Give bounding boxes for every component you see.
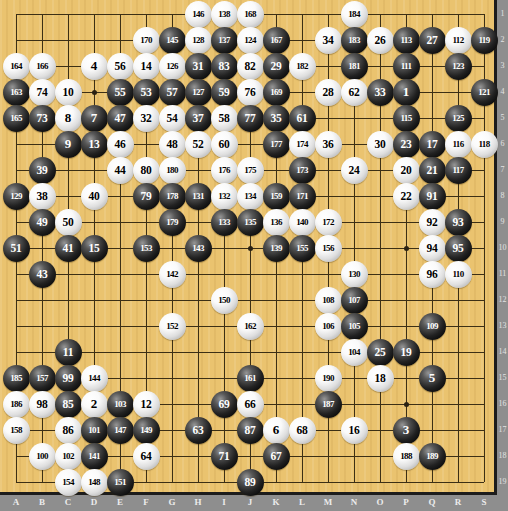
board-point-M5[interactable] (315, 105, 341, 131)
board-point-P6[interactable]: 23 (393, 131, 419, 157)
board-point-A12[interactable] (3, 287, 29, 313)
board-point-G19[interactable] (159, 469, 185, 495)
board-point-H14[interactable] (185, 339, 211, 365)
board-point-S16[interactable] (471, 391, 497, 417)
board-point-B3[interactable]: 166 (29, 53, 55, 79)
board-point-K5[interactable]: 35 (263, 105, 289, 131)
board-point-A8[interactable]: 129 (3, 183, 29, 209)
board-point-E12[interactable] (107, 287, 133, 313)
board-point-O17[interactable] (367, 417, 393, 443)
board-point-H5[interactable]: 37 (185, 105, 211, 131)
board-point-D8[interactable]: 40 (81, 183, 107, 209)
board-point-K16[interactable] (263, 391, 289, 417)
board-point-G1[interactable] (159, 1, 185, 27)
board-point-N1[interactable]: 184 (341, 1, 367, 27)
board-point-E19[interactable]: 151 (107, 469, 133, 495)
board-point-S2[interactable]: 119 (471, 27, 497, 53)
board-point-G11[interactable]: 142 (159, 261, 185, 287)
board-point-D10[interactable]: 15 (81, 235, 107, 261)
board-point-P9[interactable] (393, 209, 419, 235)
board-point-I11[interactable] (211, 261, 237, 287)
board-point-J13[interactable]: 162 (237, 313, 263, 339)
board-point-K3[interactable]: 29 (263, 53, 289, 79)
board-point-E14[interactable] (107, 339, 133, 365)
board-point-Q17[interactable] (419, 417, 445, 443)
board-point-G13[interactable]: 152 (159, 313, 185, 339)
board-point-O8[interactable] (367, 183, 393, 209)
board-point-B2[interactable] (29, 27, 55, 53)
board-point-G12[interactable] (159, 287, 185, 313)
board-point-D18[interactable]: 141 (81, 443, 107, 469)
board-point-H4[interactable]: 127 (185, 79, 211, 105)
board-point-M15[interactable]: 190 (315, 365, 341, 391)
board-point-Q13[interactable]: 109 (419, 313, 445, 339)
board-point-E3[interactable]: 56 (107, 53, 133, 79)
board-point-H2[interactable]: 128 (185, 27, 211, 53)
board-point-S8[interactable] (471, 183, 497, 209)
board-point-H6[interactable]: 52 (185, 131, 211, 157)
board-point-I19[interactable] (211, 469, 237, 495)
board-point-E4[interactable]: 55 (107, 79, 133, 105)
board-point-A11[interactable] (3, 261, 29, 287)
board-point-N10[interactable] (341, 235, 367, 261)
board-point-L11[interactable] (289, 261, 315, 287)
board-point-B7[interactable]: 39 (29, 157, 55, 183)
board-point-O12[interactable] (367, 287, 393, 313)
board-point-E6[interactable]: 46 (107, 131, 133, 157)
board-point-P5[interactable]: 115 (393, 105, 419, 131)
board-point-C4[interactable]: 10 (55, 79, 81, 105)
board-point-R3[interactable]: 123 (445, 53, 471, 79)
board-point-O7[interactable] (367, 157, 393, 183)
board-point-B17[interactable] (29, 417, 55, 443)
board-point-J10[interactable] (237, 235, 263, 261)
board-point-A7[interactable] (3, 157, 29, 183)
board-point-M11[interactable] (315, 261, 341, 287)
board-point-F8[interactable]: 79 (133, 183, 159, 209)
board-point-B6[interactable] (29, 131, 55, 157)
board-point-H12[interactable] (185, 287, 211, 313)
board-point-M9[interactable]: 172 (315, 209, 341, 235)
board-point-S19[interactable] (471, 469, 497, 495)
board-point-F3[interactable]: 14 (133, 53, 159, 79)
board-point-A1[interactable] (3, 1, 29, 27)
board-point-Q3[interactable] (419, 53, 445, 79)
board-point-S4[interactable]: 121 (471, 79, 497, 105)
board-point-P16[interactable] (393, 391, 419, 417)
board-point-R9[interactable]: 93 (445, 209, 471, 235)
board-point-G3[interactable]: 126 (159, 53, 185, 79)
board-point-Q18[interactable]: 189 (419, 443, 445, 469)
board-point-K9[interactable]: 136 (263, 209, 289, 235)
board-point-L16[interactable] (289, 391, 315, 417)
board-point-J4[interactable]: 76 (237, 79, 263, 105)
board-point-L5[interactable]: 61 (289, 105, 315, 131)
board-point-P10[interactable] (393, 235, 419, 261)
board-point-I3[interactable]: 83 (211, 53, 237, 79)
board-point-G18[interactable] (159, 443, 185, 469)
board-point-O18[interactable] (367, 443, 393, 469)
board-point-G10[interactable] (159, 235, 185, 261)
board-point-A10[interactable]: 51 (3, 235, 29, 261)
board-point-A2[interactable] (3, 27, 29, 53)
board-point-C10[interactable]: 41 (55, 235, 81, 261)
board-point-D5[interactable]: 7 (81, 105, 107, 131)
board-point-J5[interactable]: 77 (237, 105, 263, 131)
board-point-S12[interactable] (471, 287, 497, 313)
board-point-J11[interactable] (237, 261, 263, 287)
board-point-E15[interactable] (107, 365, 133, 391)
board-point-J12[interactable] (237, 287, 263, 313)
board-point-S5[interactable] (471, 105, 497, 131)
board-point-I7[interactable]: 176 (211, 157, 237, 183)
board-point-N2[interactable]: 183 (341, 27, 367, 53)
board-point-R14[interactable] (445, 339, 471, 365)
board-point-F6[interactable] (133, 131, 159, 157)
board-point-P2[interactable]: 113 (393, 27, 419, 53)
board-point-O16[interactable] (367, 391, 393, 417)
board-point-N14[interactable]: 104 (341, 339, 367, 365)
board-point-L7[interactable]: 173 (289, 157, 315, 183)
board-point-B8[interactable]: 38 (29, 183, 55, 209)
board-point-C2[interactable] (55, 27, 81, 53)
board-point-N13[interactable]: 105 (341, 313, 367, 339)
board-point-N7[interactable]: 24 (341, 157, 367, 183)
board-point-A14[interactable] (3, 339, 29, 365)
board-point-J15[interactable]: 161 (237, 365, 263, 391)
board-point-N11[interactable]: 130 (341, 261, 367, 287)
board-point-D11[interactable] (81, 261, 107, 287)
board-point-L4[interactable] (289, 79, 315, 105)
board-point-C1[interactable] (55, 1, 81, 27)
board-point-J16[interactable]: 66 (237, 391, 263, 417)
board-point-N6[interactable] (341, 131, 367, 157)
board-point-F2[interactable]: 170 (133, 27, 159, 53)
board-point-G4[interactable]: 57 (159, 79, 185, 105)
board-point-C13[interactable] (55, 313, 81, 339)
board-point-J14[interactable] (237, 339, 263, 365)
board-point-K7[interactable] (263, 157, 289, 183)
board-point-L9[interactable]: 140 (289, 209, 315, 235)
board-point-R11[interactable]: 110 (445, 261, 471, 287)
board-point-I9[interactable]: 133 (211, 209, 237, 235)
board-point-M8[interactable] (315, 183, 341, 209)
board-point-G17[interactable] (159, 417, 185, 443)
board-point-E1[interactable] (107, 1, 133, 27)
board-point-E10[interactable] (107, 235, 133, 261)
board-point-J3[interactable]: 82 (237, 53, 263, 79)
board-point-N15[interactable] (341, 365, 367, 391)
board-point-P1[interactable] (393, 1, 419, 27)
board-point-N17[interactable]: 16 (341, 417, 367, 443)
board-point-K10[interactable]: 139 (263, 235, 289, 261)
board-point-R13[interactable] (445, 313, 471, 339)
board-point-A9[interactable] (3, 209, 29, 235)
board-point-L17[interactable]: 68 (289, 417, 315, 443)
board-point-K13[interactable] (263, 313, 289, 339)
board-point-M16[interactable]: 187 (315, 391, 341, 417)
board-point-E17[interactable]: 147 (107, 417, 133, 443)
board-point-M6[interactable]: 36 (315, 131, 341, 157)
board-point-Q7[interactable]: 21 (419, 157, 445, 183)
board-point-S6[interactable]: 118 (471, 131, 497, 157)
board-point-S1[interactable] (471, 1, 497, 27)
board-point-I5[interactable]: 58 (211, 105, 237, 131)
board-point-F7[interactable]: 80 (133, 157, 159, 183)
board-point-B1[interactable] (29, 1, 55, 27)
board-point-R19[interactable] (445, 469, 471, 495)
board-point-K15[interactable] (263, 365, 289, 391)
board-point-N12[interactable]: 107 (341, 287, 367, 313)
board-point-I14[interactable] (211, 339, 237, 365)
board-point-H15[interactable] (185, 365, 211, 391)
board-point-N19[interactable] (341, 469, 367, 495)
board-point-F4[interactable]: 53 (133, 79, 159, 105)
board-point-M13[interactable]: 106 (315, 313, 341, 339)
board-point-H3[interactable]: 31 (185, 53, 211, 79)
board-point-P14[interactable]: 19 (393, 339, 419, 365)
board-point-D3[interactable]: 4 (81, 53, 107, 79)
board-point-Q8[interactable]: 91 (419, 183, 445, 209)
board-point-M4[interactable]: 28 (315, 79, 341, 105)
board-point-C6[interactable]: 9 (55, 131, 81, 157)
board-point-Q6[interactable]: 17 (419, 131, 445, 157)
board-point-M12[interactable]: 108 (315, 287, 341, 313)
board-point-C14[interactable]: 11 (55, 339, 81, 365)
board-point-H18[interactable] (185, 443, 211, 469)
board-point-S11[interactable] (471, 261, 497, 287)
board-point-P4[interactable]: 1 (393, 79, 419, 105)
board-point-E18[interactable] (107, 443, 133, 469)
board-point-R1[interactable] (445, 1, 471, 27)
board-point-R5[interactable]: 125 (445, 105, 471, 131)
board-point-P3[interactable]: 111 (393, 53, 419, 79)
board-point-O15[interactable]: 18 (367, 365, 393, 391)
board-point-Q11[interactable]: 96 (419, 261, 445, 287)
board-point-C7[interactable] (55, 157, 81, 183)
board-point-O9[interactable] (367, 209, 393, 235)
board-point-H19[interactable] (185, 469, 211, 495)
board-point-D14[interactable] (81, 339, 107, 365)
board-point-R15[interactable] (445, 365, 471, 391)
board-point-D16[interactable]: 2 (81, 391, 107, 417)
board-point-J9[interactable]: 135 (237, 209, 263, 235)
board-point-Q10[interactable]: 94 (419, 235, 445, 261)
board-point-E16[interactable]: 103 (107, 391, 133, 417)
board-point-L19[interactable] (289, 469, 315, 495)
board-point-D19[interactable]: 148 (81, 469, 107, 495)
board-point-P7[interactable]: 20 (393, 157, 419, 183)
board-point-B5[interactable]: 73 (29, 105, 55, 131)
board-point-H8[interactable]: 131 (185, 183, 211, 209)
board-point-S9[interactable] (471, 209, 497, 235)
board-point-K4[interactable]: 169 (263, 79, 289, 105)
board-point-L2[interactable] (289, 27, 315, 53)
board-point-A17[interactable]: 158 (3, 417, 29, 443)
board-point-P8[interactable]: 22 (393, 183, 419, 209)
board-point-P18[interactable]: 188 (393, 443, 419, 469)
board-point-M1[interactable] (315, 1, 341, 27)
board-point-L10[interactable]: 155 (289, 235, 315, 261)
board-point-C16[interactable]: 85 (55, 391, 81, 417)
board-point-M2[interactable]: 34 (315, 27, 341, 53)
board-point-I12[interactable]: 150 (211, 287, 237, 313)
board-point-H11[interactable] (185, 261, 211, 287)
board-point-Q16[interactable] (419, 391, 445, 417)
board-point-M7[interactable] (315, 157, 341, 183)
board-point-D4[interactable] (81, 79, 107, 105)
board-point-C9[interactable]: 50 (55, 209, 81, 235)
board-point-I4[interactable]: 59 (211, 79, 237, 105)
board-point-C17[interactable]: 86 (55, 417, 81, 443)
board-point-Q19[interactable] (419, 469, 445, 495)
board-point-R2[interactable]: 112 (445, 27, 471, 53)
board-point-S13[interactable] (471, 313, 497, 339)
board-point-R8[interactable] (445, 183, 471, 209)
board-point-P17[interactable]: 3 (393, 417, 419, 443)
board-point-S15[interactable] (471, 365, 497, 391)
board-point-K11[interactable] (263, 261, 289, 287)
board-point-L8[interactable]: 171 (289, 183, 315, 209)
board-point-F12[interactable] (133, 287, 159, 313)
board-point-F9[interactable] (133, 209, 159, 235)
board-point-S7[interactable] (471, 157, 497, 183)
board-point-C12[interactable] (55, 287, 81, 313)
board-point-F5[interactable]: 32 (133, 105, 159, 131)
board-point-Q14[interactable] (419, 339, 445, 365)
board-point-F19[interactable] (133, 469, 159, 495)
board-point-Q5[interactable] (419, 105, 445, 131)
board-point-H1[interactable]: 146 (185, 1, 211, 27)
board-point-O1[interactable] (367, 1, 393, 27)
board-point-D17[interactable]: 101 (81, 417, 107, 443)
board-point-Q9[interactable]: 92 (419, 209, 445, 235)
board-point-D2[interactable] (81, 27, 107, 53)
board-grid[interactable]: 1461381681841701451281371241673418326113… (3, 1, 497, 495)
board-point-J8[interactable]: 134 (237, 183, 263, 209)
board-point-H10[interactable]: 143 (185, 235, 211, 261)
board-point-N8[interactable] (341, 183, 367, 209)
board-point-F14[interactable] (133, 339, 159, 365)
board-point-L6[interactable]: 174 (289, 131, 315, 157)
board-point-P19[interactable] (393, 469, 419, 495)
board-point-J17[interactable]: 87 (237, 417, 263, 443)
board-point-H17[interactable]: 63 (185, 417, 211, 443)
board-point-I1[interactable]: 138 (211, 1, 237, 27)
board-point-L3[interactable]: 182 (289, 53, 315, 79)
board-point-B19[interactable] (29, 469, 55, 495)
board-point-C3[interactable] (55, 53, 81, 79)
board-point-C5[interactable]: 8 (55, 105, 81, 131)
board-point-G2[interactable]: 145 (159, 27, 185, 53)
board-point-J19[interactable]: 89 (237, 469, 263, 495)
board-point-F16[interactable]: 12 (133, 391, 159, 417)
board-point-E7[interactable]: 44 (107, 157, 133, 183)
board-point-O11[interactable] (367, 261, 393, 287)
board-point-A6[interactable] (3, 131, 29, 157)
board-point-C8[interactable] (55, 183, 81, 209)
board-point-O3[interactable] (367, 53, 393, 79)
board-point-R17[interactable] (445, 417, 471, 443)
board-point-M19[interactable] (315, 469, 341, 495)
board-point-N9[interactable] (341, 209, 367, 235)
board-point-K19[interactable] (263, 469, 289, 495)
board-point-I18[interactable]: 71 (211, 443, 237, 469)
board-point-G6[interactable]: 48 (159, 131, 185, 157)
board-point-J2[interactable]: 124 (237, 27, 263, 53)
board-point-A16[interactable]: 186 (3, 391, 29, 417)
board-point-A18[interactable] (3, 443, 29, 469)
board-point-R16[interactable] (445, 391, 471, 417)
board-point-E13[interactable] (107, 313, 133, 339)
board-point-K1[interactable] (263, 1, 289, 27)
board-point-F1[interactable] (133, 1, 159, 27)
board-point-C18[interactable]: 102 (55, 443, 81, 469)
board-point-I15[interactable] (211, 365, 237, 391)
board-point-F11[interactable] (133, 261, 159, 287)
board-point-E9[interactable] (107, 209, 133, 235)
board-point-P13[interactable] (393, 313, 419, 339)
board-point-Q12[interactable] (419, 287, 445, 313)
board-point-Q4[interactable] (419, 79, 445, 105)
board-point-B10[interactable] (29, 235, 55, 261)
board-point-R10[interactable]: 95 (445, 235, 471, 261)
board-point-H16[interactable] (185, 391, 211, 417)
board-point-F18[interactable]: 64 (133, 443, 159, 469)
board-point-I13[interactable] (211, 313, 237, 339)
board-point-E5[interactable]: 47 (107, 105, 133, 131)
board-point-N18[interactable] (341, 443, 367, 469)
board-point-Q1[interactable] (419, 1, 445, 27)
board-point-D1[interactable] (81, 1, 107, 27)
board-point-O5[interactable] (367, 105, 393, 131)
board-point-A15[interactable]: 185 (3, 365, 29, 391)
board-point-G5[interactable]: 54 (159, 105, 185, 131)
board-point-N5[interactable] (341, 105, 367, 131)
board-point-Q2[interactable]: 27 (419, 27, 445, 53)
board-point-S10[interactable] (471, 235, 497, 261)
board-point-R12[interactable] (445, 287, 471, 313)
board-point-B15[interactable]: 157 (29, 365, 55, 391)
board-point-L18[interactable] (289, 443, 315, 469)
board-point-M14[interactable] (315, 339, 341, 365)
board-point-B13[interactable] (29, 313, 55, 339)
board-point-A5[interactable]: 165 (3, 105, 29, 131)
board-point-D13[interactable] (81, 313, 107, 339)
board-point-G9[interactable]: 179 (159, 209, 185, 235)
board-point-F13[interactable] (133, 313, 159, 339)
board-point-M18[interactable] (315, 443, 341, 469)
board-point-B11[interactable]: 43 (29, 261, 55, 287)
board-point-S14[interactable] (471, 339, 497, 365)
board-point-O14[interactable]: 25 (367, 339, 393, 365)
board-point-P15[interactable] (393, 365, 419, 391)
board-point-O4[interactable]: 33 (367, 79, 393, 105)
board-point-K12[interactable] (263, 287, 289, 313)
board-point-L15[interactable] (289, 365, 315, 391)
board-point-G16[interactable] (159, 391, 185, 417)
board-point-L12[interactable] (289, 287, 315, 313)
board-point-L1[interactable] (289, 1, 315, 27)
board-point-D15[interactable]: 144 (81, 365, 107, 391)
board-point-B14[interactable] (29, 339, 55, 365)
board-point-K6[interactable]: 177 (263, 131, 289, 157)
board-point-F15[interactable] (133, 365, 159, 391)
board-point-F17[interactable]: 149 (133, 417, 159, 443)
board-point-A13[interactable] (3, 313, 29, 339)
board-point-O10[interactable] (367, 235, 393, 261)
board-point-S3[interactable] (471, 53, 497, 79)
